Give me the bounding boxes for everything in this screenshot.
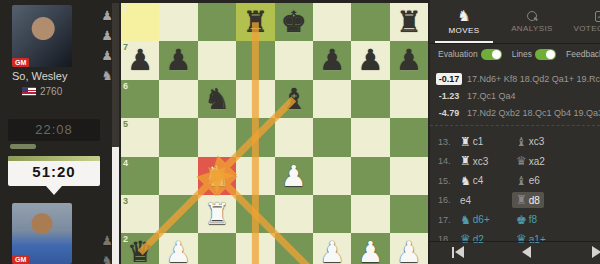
move-number: 13. (438, 137, 456, 147)
move-cell[interactable]: e4 (456, 194, 512, 207)
engine-line-1[interactable]: -0.1717.Nd6+ Kf8 18.Qd2 Qa1+ 19.Rc1 (... (436, 70, 600, 87)
square-e7[interactable] (275, 41, 313, 79)
square-e2[interactable] (275, 233, 313, 264)
evaluation-bar-white (112, 147, 119, 264)
white-pawn-f2[interactable]: ♟ (313, 233, 351, 264)
magnifier-icon (527, 11, 538, 22)
next-move-button[interactable] (592, 246, 600, 258)
panel-toggles: EvaluationLinesFeedback (430, 44, 600, 64)
top-player-clock: 22:08 (8, 119, 100, 141)
rank-label-8: 8 (123, 4, 128, 14)
move-row: 15.♞c4♝e6 (438, 171, 600, 191)
bottom-player-photo: GM (12, 203, 72, 264)
square-e5[interactable] (275, 118, 313, 156)
toggle-evaluation[interactable]: Evaluation (438, 49, 502, 60)
black-rook-h8[interactable]: ♜ (390, 3, 428, 41)
engine-score: -1.23 (436, 91, 462, 101)
square-a6[interactable]: 6 (121, 80, 159, 118)
move-text: xc3 (529, 136, 545, 147)
move-cell[interactable]: ♛xa2 (512, 153, 568, 169)
square-b5[interactable] (159, 118, 197, 156)
white-knight-c4[interactable]: ♞ (198, 157, 236, 195)
move-row: 16.e4♜d8 (438, 191, 600, 211)
square-f5[interactable] (313, 118, 351, 156)
tab-votechess[interactable]: ✓VOTECHESS (566, 0, 600, 43)
engine-lines: -0.1717.Nd6+ Kf8 18.Qd2 Qa1+ 19.Rc1 (...… (430, 64, 600, 126)
square-g4[interactable] (351, 157, 389, 195)
square-f8[interactable] (313, 3, 351, 41)
move-navigation (430, 241, 600, 264)
move-number: 14. (438, 156, 456, 166)
piece-icon: ♚ (516, 213, 527, 227)
square-c7[interactable] (198, 41, 236, 79)
toggle-label: Lines (512, 49, 532, 59)
square-f6[interactable] (313, 80, 351, 118)
square-h6[interactable] (390, 80, 428, 118)
black-queen-a2[interactable]: ♛ (121, 233, 159, 264)
square-a4[interactable]: 4 (121, 157, 159, 195)
square-e3[interactable] (275, 195, 313, 233)
clock-increment-bar (10, 144, 36, 149)
move-text: c1 (473, 136, 484, 147)
black-pawn-g7[interactable]: ♟ (351, 41, 389, 79)
black-rook-d8[interactable]: ♜ (236, 3, 274, 41)
square-c8[interactable] (198, 3, 236, 41)
move-text: f8 (529, 214, 537, 225)
knight-icon: ♞ (457, 8, 470, 24)
square-d2[interactable] (236, 233, 274, 264)
square-f3[interactable] (313, 195, 351, 233)
square-d5[interactable] (236, 118, 274, 156)
piece-icon: ♛ (516, 154, 527, 168)
white-rook-c3[interactable]: ♜ (198, 195, 236, 233)
square-f4[interactable] (313, 157, 351, 195)
piece-icon: ♜ (460, 154, 471, 168)
toggle-switch[interactable] (535, 49, 556, 60)
move-text: c4 (473, 175, 484, 186)
piece-icon: ♜ (516, 193, 527, 207)
move-cell[interactable]: ♜xc3 (456, 153, 512, 169)
engine-line-2[interactable]: -1.2317.Qc1 Qa4 (436, 87, 600, 104)
toggle-lines[interactable]: Lines (512, 49, 556, 60)
square-b3[interactable] (159, 195, 197, 233)
square-h5[interactable] (390, 118, 428, 156)
move-text: e6 (529, 175, 540, 186)
move-number: 17. (438, 215, 456, 225)
white-pawn-b2[interactable]: ♟ (159, 233, 197, 264)
engine-score: -4.79 (436, 108, 462, 118)
black-pawn-f7[interactable]: ♟ (313, 41, 351, 79)
black-pawn-h7[interactable]: ♟ (390, 41, 428, 79)
player-panel: GM So, Wesley 2760 22:08 51:20 GM ♟♟♟♞ ♟… (0, 0, 120, 264)
top-player-rating: 2760 (40, 86, 62, 97)
panel-tabs: ♞MOVESANALYSIS✓VOTECHESS (430, 0, 600, 44)
square-b4[interactable] (159, 157, 197, 195)
tab-analysis[interactable]: ANALYSIS (498, 0, 566, 43)
first-move-button[interactable] (452, 246, 464, 258)
engine-score: -0.17 (436, 73, 462, 85)
black-bishop-e6[interactable]: ♝ (275, 80, 313, 118)
move-text: xa2 (529, 156, 545, 167)
top-player-name: So, Wesley (12, 70, 67, 82)
black-knight-c6[interactable]: ♞ (198, 80, 236, 118)
square-c2[interactable] (198, 233, 236, 264)
rank-label-4: 4 (123, 158, 128, 168)
black-pawn-b7[interactable]: ♟ (159, 41, 197, 79)
bottom-player-clock: 51:20 (8, 156, 100, 186)
rank-label-5: 5 (123, 119, 128, 129)
move-row: 17.♞d6+♚f8 (438, 210, 600, 230)
engine-variation: 17.Nd2 Qxb2 18.Qc1 Qb4 19.Qa3 Qxa3 (467, 108, 600, 118)
toggle-switch[interactable] (481, 49, 502, 60)
square-a5[interactable]: 5 (121, 118, 159, 156)
move-cell[interactable]: ♞d6+ (456, 212, 512, 228)
square-a3[interactable]: 3 (121, 195, 159, 233)
square-d3[interactable] (236, 195, 274, 233)
engine-variation: 17.Nd6+ Kf8 18.Qd2 Qa1+ 19.Rc1 (... (467, 74, 600, 84)
top-player-flag-rating: 2760 (22, 86, 62, 97)
tab-label: MOVES (449, 26, 480, 35)
us-flag-icon (22, 87, 36, 96)
square-d7[interactable] (236, 41, 274, 79)
square-g5[interactable] (351, 118, 389, 156)
tab-moves[interactable]: ♞MOVES (430, 0, 498, 43)
prev-move-button[interactable] (522, 246, 531, 258)
move-cell[interactable]: ♜d8 (512, 192, 568, 208)
toggle-feedback[interactable]: Feedback (566, 49, 600, 60)
tab-label: VOTECHESS (574, 24, 600, 33)
top-player-photo: GM (12, 5, 72, 67)
move-cell[interactable]: ♜c1 (456, 134, 512, 150)
checkbox-icon: ✓ (595, 11, 600, 22)
move-cell[interactable]: ♚f8 (512, 212, 568, 228)
engine-variation: 17.Qc1 Qa4 (467, 91, 516, 101)
square-h3[interactable] (390, 195, 428, 233)
active-clock-progress (8, 156, 100, 161)
square-c5[interactable] (198, 118, 236, 156)
square-h4[interactable] (390, 157, 428, 195)
black-king-e8[interactable]: ♚ (275, 3, 313, 41)
square-b8[interactable] (159, 3, 197, 41)
move-cell[interactable]: ♝xc3 (512, 134, 568, 150)
move-number: 15. (438, 176, 456, 186)
piece-icon: ♝ (516, 135, 527, 149)
move-list: 13.♜c1♝xc314.♜xc3♛xa215.♞c4♝e616.e4♜d817… (430, 126, 600, 249)
square-g3[interactable] (351, 195, 389, 233)
black-pawn-a7[interactable]: ♟ (121, 41, 159, 79)
chess-board[interactable]: 87654321 ♜♚♜♟♟♟♟♟♞♝♞♟♜♛♟♟♟♟ (121, 3, 429, 264)
square-d6[interactable] (236, 80, 274, 118)
toggle-label: Feedback (566, 49, 600, 59)
move-text: d6+ (473, 214, 490, 225)
evaluation-bar (112, 3, 119, 264)
rank-label-6: 6 (123, 81, 128, 91)
toggle-label: Evaluation (438, 49, 478, 59)
move-row: 14.♜xc3♛xa2 (438, 152, 600, 172)
gm-title-badge: GM (12, 58, 29, 67)
square-d4[interactable] (236, 157, 274, 195)
move-cell[interactable]: ♝e6 (512, 173, 568, 189)
piece-icon: ♝ (516, 174, 527, 188)
square-g6[interactable] (351, 80, 389, 118)
move-text: xc3 (473, 156, 489, 167)
analysis-panel: ♞MOVESANALYSIS✓VOTECHESS EvaluationLines… (430, 0, 600, 264)
rank-label-3: 3 (123, 196, 128, 206)
gm-title-badge: GM (12, 255, 29, 264)
square-b6[interactable] (159, 80, 197, 118)
white-pawn-g2[interactable]: ♟ (351, 233, 389, 264)
square-a8[interactable]: 8 (121, 3, 159, 41)
move-row: 13.♜c1♝xc3 (438, 132, 600, 152)
move-cell[interactable]: ♞c4 (456, 173, 512, 189)
tab-label: ANALYSIS (511, 24, 553, 33)
square-g8[interactable] (351, 3, 389, 41)
move-number: 16. (438, 195, 456, 205)
move-text: d8 (529, 195, 540, 206)
engine-line-3[interactable]: -4.7917.Nd2 Qxb2 18.Qc1 Qb4 19.Qa3 Qxa3 (436, 104, 600, 121)
white-pawn-h2[interactable]: ♟ (390, 233, 428, 264)
move-text: e4 (460, 195, 471, 206)
piece-icon: ♞ (460, 213, 471, 227)
active-clock-pointer (46, 186, 62, 195)
piece-icon: ♞ (460, 174, 471, 188)
white-pawn-e4[interactable]: ♟ (275, 157, 313, 195)
piece-icon: ♜ (460, 135, 471, 149)
